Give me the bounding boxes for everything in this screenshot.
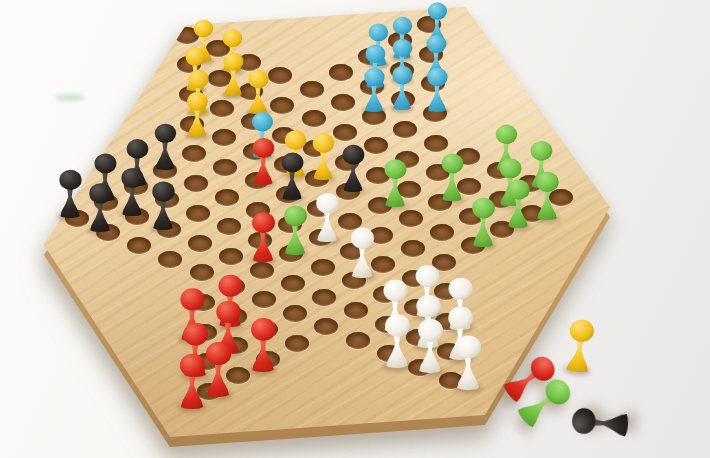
table-surface: [0, 0, 710, 458]
red-peg-head: [180, 288, 204, 310]
peg-black[interactable]: [85, 183, 114, 232]
green-peg-head: [530, 141, 552, 161]
yellow-peg-head: [312, 133, 334, 153]
blue-peg-head: [427, 68, 447, 87]
red-peg-head: [218, 275, 242, 297]
green-peg-head: [507, 179, 529, 199]
white-peg-head: [448, 278, 472, 300]
black-peg-head: [571, 408, 597, 436]
blue-peg-head: [251, 112, 272, 131]
peg-red[interactable]: [249, 138, 277, 185]
black-peg-head: [121, 168, 143, 188]
black-peg-head: [126, 139, 148, 159]
black-peg-head: [89, 183, 111, 203]
yellow-peg-head: [185, 48, 205, 66]
yellow-peg-head: [193, 20, 212, 38]
peg-white[interactable]: [452, 335, 485, 390]
peg-green[interactable]: [438, 153, 467, 201]
red-peg-head: [216, 301, 241, 323]
white-peg-head: [448, 307, 473, 329]
blue-peg-head: [426, 35, 446, 53]
yellow-peg-head: [223, 52, 243, 70]
peg-green[interactable]: [503, 179, 532, 228]
blue-peg-head: [364, 68, 384, 87]
peg-black[interactable]: [118, 168, 147, 216]
peg-green[interactable]: [280, 205, 310, 255]
green-peg-head: [441, 153, 463, 173]
yellow-peg-head: [222, 29, 242, 47]
peg-yellow[interactable]: [309, 133, 337, 180]
white-peg-head: [383, 280, 407, 302]
peg-red[interactable]: [247, 318, 279, 372]
blue-peg-head: [427, 2, 446, 19]
white-peg-head: [385, 314, 410, 337]
blue-peg-head: [368, 24, 388, 42]
peg-blue[interactable]: [424, 68, 451, 112]
green-peg-head: [472, 198, 495, 219]
peg-yellow[interactable]: [245, 70, 272, 114]
peg-black[interactable]: [151, 124, 179, 170]
peg-green[interactable]: [468, 198, 498, 247]
black-peg-head: [59, 170, 81, 190]
red-peg-head: [252, 138, 274, 158]
black-peg-head: [94, 153, 116, 173]
black-peg-head: [342, 145, 364, 165]
yellow-peg-head: [188, 70, 208, 89]
blue-peg-head: [392, 66, 412, 85]
yellow-peg-head: [187, 92, 208, 111]
black-peg-head: [154, 124, 175, 143]
white-peg-head: [316, 193, 339, 214]
white-peg-head: [418, 319, 443, 342]
yellow-peg-head: [284, 130, 305, 150]
green-peg-head: [499, 158, 521, 178]
black-peg-head: [152, 181, 174, 201]
red-peg-head: [205, 342, 230, 365]
blue-peg-head: [365, 45, 385, 63]
peg-black[interactable]: [339, 145, 367, 192]
peg-layer: [0, 0, 710, 458]
peg-white[interactable]: [414, 319, 446, 373]
black-peg-head: [281, 153, 303, 173]
peg-white[interactable]: [347, 228, 377, 278]
peg-green[interactable]: [533, 172, 562, 220]
green-peg-head: [384, 159, 406, 179]
green-peg-head: [284, 205, 307, 226]
red-peg-head: [179, 354, 204, 377]
peg-yellow-offboard[interactable]: [561, 318, 598, 374]
red-peg-head: [251, 318, 276, 341]
peg-white[interactable]: [312, 193, 341, 242]
red-peg-head: [252, 212, 275, 233]
peg-black-offboard[interactable]: [571, 404, 630, 442]
peg-blue[interactable]: [361, 68, 388, 112]
peg-black[interactable]: [56, 170, 85, 218]
blue-peg-head: [392, 17, 411, 35]
peg-yellow[interactable]: [220, 52, 246, 96]
white-peg-head: [455, 335, 480, 358]
peg-red[interactable]: [175, 354, 208, 409]
peg-green[interactable]: [381, 159, 410, 207]
peg-yellow[interactable]: [183, 92, 210, 137]
peg-white[interactable]: [381, 314, 413, 368]
white-peg-head: [416, 295, 440, 317]
white-peg-head: [350, 228, 373, 249]
peg-black[interactable]: [278, 153, 307, 201]
white-peg-head: [415, 265, 439, 287]
peg-black[interactable]: [148, 181, 177, 230]
peg-red[interactable]: [248, 212, 278, 262]
yellow-peg-head: [248, 70, 268, 89]
blue-peg-head: [392, 39, 412, 57]
peg-blue[interactable]: [389, 66, 415, 110]
yellow-peg-head: [568, 319, 594, 343]
green-peg-head: [495, 125, 516, 144]
green-peg-head: [536, 172, 558, 192]
